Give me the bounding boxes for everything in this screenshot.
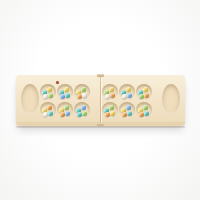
- pit-bottom-4[interactable]: [102, 102, 118, 118]
- bead-green: [143, 105, 148, 110]
- hinge-seam: [100, 75, 101, 126]
- bead-orange: [47, 105, 52, 110]
- bead-green: [64, 105, 69, 110]
- bead-green: [82, 111, 87, 116]
- bead-orange: [60, 112, 65, 117]
- pit-top-5[interactable]: [119, 84, 135, 100]
- bead-green: [48, 93, 53, 98]
- photo-background: [0, 0, 200, 200]
- bead-orange: [122, 112, 127, 117]
- bead-white: [82, 93, 87, 98]
- hinge-tab-bottom: [97, 123, 104, 126]
- bead-blue: [81, 105, 86, 110]
- bead-yellow: [110, 111, 115, 116]
- pit-top-4[interactable]: [102, 84, 118, 100]
- bead-orange: [144, 93, 149, 98]
- bead-white: [122, 94, 127, 99]
- bead-yellow: [64, 87, 69, 92]
- store-right: [162, 84, 180, 114]
- pit-bottom-3[interactable]: [74, 102, 90, 118]
- pit-top-2[interactable]: [57, 84, 73, 100]
- bead-teal: [77, 112, 82, 117]
- pit-bottom-2[interactable]: [57, 102, 73, 118]
- bead-blue: [127, 93, 132, 98]
- bead-yellow: [47, 87, 52, 92]
- bead-orange: [139, 112, 144, 117]
- pit-bottom-6[interactable]: [136, 102, 152, 118]
- pit-grid-right: [102, 84, 152, 118]
- bead-green: [81, 87, 86, 92]
- bead-teal: [48, 111, 53, 116]
- bead-white: [105, 94, 110, 99]
- bead-orange: [105, 112, 110, 117]
- bead-green: [109, 105, 114, 110]
- hinge-tab-top: [97, 74, 104, 77]
- mancala-board: [16, 75, 185, 126]
- bead-green: [139, 94, 144, 99]
- bead-orange: [77, 94, 82, 99]
- bead-teal: [127, 111, 132, 116]
- pit-top-1[interactable]: [40, 84, 56, 100]
- bead-white: [43, 112, 48, 117]
- bead-orange: [110, 93, 115, 98]
- pit-bottom-5[interactable]: [119, 102, 135, 118]
- pit-top-6[interactable]: [136, 84, 152, 100]
- bead-teal: [65, 93, 70, 98]
- bead-blue: [60, 94, 65, 99]
- bead-blue: [126, 105, 131, 110]
- bead-yellow: [126, 87, 131, 92]
- bead-yellow: [143, 87, 148, 92]
- bead-teal: [144, 111, 149, 116]
- bead-white: [43, 94, 48, 99]
- bead-blue: [65, 111, 70, 116]
- bead-yellow: [109, 87, 114, 92]
- store-left: [21, 84, 39, 114]
- pit-bottom-1[interactable]: [40, 102, 56, 118]
- pit-grid-left: [40, 84, 90, 118]
- pit-top-3[interactable]: [74, 84, 90, 100]
